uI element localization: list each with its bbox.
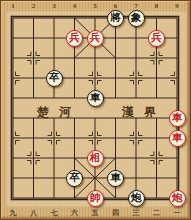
xiangqi-board[interactable]: 楚河 漢界 123456789九八七六五四三二一將象兵兵兵卒車車車相卒車帥炮炮 xyxy=(0,0,191,220)
piece-black-general[interactable]: 將 xyxy=(107,10,124,27)
file-label-bottom: 一 xyxy=(171,209,183,217)
file-label-top: 8 xyxy=(151,2,163,10)
file-label-top: 5 xyxy=(89,2,101,10)
piece-red-elephant[interactable]: 相 xyxy=(87,150,104,167)
piece-black-pawn[interactable]: 卒 xyxy=(46,70,63,87)
river-label-right: 漢界 xyxy=(122,105,166,119)
piece-black-pawn[interactable]: 卒 xyxy=(66,170,83,187)
file-label-bottom: 三 xyxy=(130,209,142,217)
piece-red-chariot[interactable]: 車 xyxy=(169,130,186,147)
file-label-top: 6 xyxy=(110,2,122,10)
file-label-top: 4 xyxy=(69,2,81,10)
piece-red-pawn[interactable]: 兵 xyxy=(87,30,104,47)
file-label-top: 2 xyxy=(28,2,40,10)
piece-red-pawn[interactable]: 兵 xyxy=(66,30,83,47)
piece-red-pawn[interactable]: 兵 xyxy=(148,30,165,47)
piece-red-cannon[interactable]: 炮 xyxy=(169,190,186,207)
file-label-bottom: 二 xyxy=(151,209,163,217)
piece-black-elephant[interactable]: 象 xyxy=(128,10,145,27)
file-label-bottom: 五 xyxy=(89,209,101,217)
piece-red-general[interactable]: 帥 xyxy=(87,190,104,207)
file-label-top: 3 xyxy=(48,2,60,10)
file-label-bottom: 八 xyxy=(28,209,40,217)
piece-black-cannon[interactable]: 炮 xyxy=(128,190,145,207)
piece-red-chariot[interactable]: 車 xyxy=(169,110,186,127)
piece-black-chariot[interactable]: 車 xyxy=(107,170,124,187)
file-label-top: 9 xyxy=(171,2,183,10)
file-label-bottom: 七 xyxy=(48,209,60,217)
river-label-left: 楚河 xyxy=(37,105,81,119)
piece-black-chariot[interactable]: 車 xyxy=(87,90,104,107)
file-label-top: 1 xyxy=(7,2,19,10)
file-label-bottom: 九 xyxy=(7,209,19,217)
file-label-top: 7 xyxy=(130,2,142,10)
file-label-bottom: 四 xyxy=(110,209,122,217)
file-label-bottom: 六 xyxy=(69,209,81,217)
